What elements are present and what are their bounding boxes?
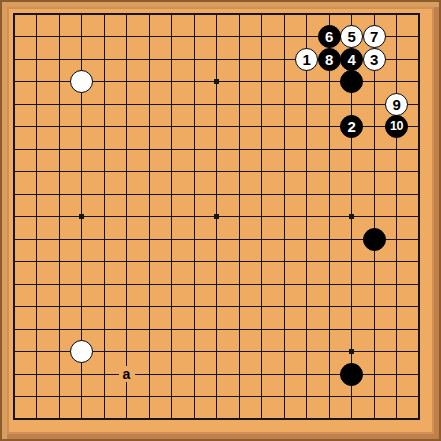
- go-diagram: a12345678910: [0, 0, 441, 441]
- grid-line: [13, 329, 420, 330]
- move-number: 10: [390, 120, 403, 133]
- go-board: a12345678910: [0, 0, 441, 441]
- move-number: 3: [370, 51, 378, 66]
- white-stone: [70, 70, 93, 93]
- white-stone: 3: [363, 48, 386, 71]
- grid-line: [261, 13, 262, 420]
- grid-line: [13, 284, 420, 285]
- grid-line: [418, 13, 420, 420]
- black-stone: 10: [385, 115, 408, 138]
- white-stone: [70, 340, 93, 363]
- grid-line: [306, 13, 307, 420]
- star-point: [349, 349, 354, 354]
- star-point: [214, 79, 219, 84]
- white-stone: 5: [340, 25, 363, 48]
- white-stone: 7: [363, 25, 386, 48]
- black-stone: [363, 228, 386, 251]
- move-number: 5: [348, 29, 356, 44]
- grid-line: [13, 261, 420, 262]
- star-point: [214, 214, 219, 219]
- black-stone: [340, 70, 363, 93]
- move-number: 2: [348, 119, 356, 134]
- grid-line: [13, 396, 420, 397]
- point-label: a: [119, 366, 135, 382]
- black-stone: 2: [340, 115, 363, 138]
- move-number: 8: [325, 51, 333, 66]
- star-point: [349, 214, 354, 219]
- grid-line: [13, 239, 420, 240]
- black-stone: 8: [318, 48, 341, 71]
- black-stone: [340, 363, 363, 386]
- move-number: 7: [370, 29, 378, 44]
- star-point: [79, 214, 84, 219]
- white-stone: 1: [295, 48, 318, 71]
- grid-line: [329, 13, 330, 420]
- grid-line: [374, 13, 375, 420]
- grid-line: [13, 306, 420, 307]
- move-number: 1: [303, 51, 311, 66]
- grid-line: [396, 13, 397, 420]
- black-stone: 6: [318, 25, 341, 48]
- move-number: 6: [325, 29, 333, 44]
- grid-line: [239, 13, 240, 420]
- move-number: 9: [393, 96, 401, 111]
- grid-line: [284, 13, 285, 420]
- black-stone: 4: [340, 48, 363, 71]
- move-number: 4: [348, 51, 356, 66]
- grid-line: [13, 418, 420, 420]
- white-stone: 9: [385, 93, 408, 116]
